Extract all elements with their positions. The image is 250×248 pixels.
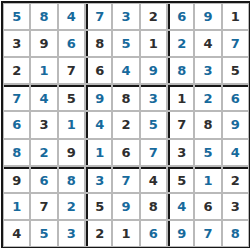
cell-r1c7[interactable]: 6 — [168, 4, 193, 29]
cell-r4c3[interactable]: 5 — [59, 85, 84, 110]
cell-r9c7[interactable]: 9 — [168, 221, 193, 246]
cell-r4c9[interactable]: 6 — [223, 85, 248, 110]
cell-r9c5[interactable]: 1 — [113, 221, 138, 246]
cell-r3c7[interactable]: 8 — [168, 58, 193, 83]
cell-r5c6[interactable]: 5 — [141, 112, 166, 137]
cell-r6c1[interactable]: 8 — [4, 140, 29, 165]
cell-r2c1[interactable]: 3 — [4, 31, 29, 56]
cell-r5c2[interactable]: 3 — [31, 112, 56, 137]
cell-r7c2[interactable]: 6 — [31, 167, 56, 192]
cell-r9c1[interactable]: 4 — [4, 221, 29, 246]
cell-r4c1[interactable]: 7 — [4, 85, 29, 110]
cell-r2c9[interactable]: 7 — [223, 31, 248, 56]
cell-r7c1[interactable]: 9 — [4, 167, 29, 192]
cell-r3c6[interactable]: 9 — [141, 58, 166, 83]
cell-r5c7[interactable]: 7 — [168, 112, 193, 137]
cell-r6c4[interactable]: 1 — [86, 140, 111, 165]
cell-r9c6[interactable]: 6 — [141, 221, 166, 246]
cell-r8c8[interactable]: 6 — [195, 194, 220, 219]
cell-r5c3[interactable]: 1 — [59, 112, 84, 137]
cell-r6c3[interactable]: 9 — [59, 140, 84, 165]
cell-r7c9[interactable]: 2 — [223, 167, 248, 192]
cell-r1c6[interactable]: 2 — [141, 4, 166, 29]
cell-r5c1[interactable]: 6 — [4, 112, 29, 137]
cell-r4c5[interactable]: 8 — [113, 85, 138, 110]
cell-r2c2[interactable]: 9 — [31, 31, 56, 56]
cell-r1c4[interactable]: 7 — [86, 4, 111, 29]
cell-r2c3[interactable]: 6 — [59, 31, 84, 56]
cell-r3c5[interactable]: 4 — [113, 58, 138, 83]
cell-r1c1[interactable]: 5 — [4, 4, 29, 29]
sudoku-board: 5847326913968512472176498357459831266314… — [1, 1, 250, 248]
cell-r9c9[interactable]: 8 — [223, 221, 248, 246]
cell-r9c4[interactable]: 2 — [86, 221, 111, 246]
cell-r8c9[interactable]: 3 — [223, 194, 248, 219]
cell-r9c2[interactable]: 5 — [31, 221, 56, 246]
cell-r6c8[interactable]: 5 — [195, 140, 220, 165]
cell-r7c3[interactable]: 8 — [59, 167, 84, 192]
cell-r1c9[interactable]: 1 — [223, 4, 248, 29]
cell-r7c7[interactable]: 5 — [168, 167, 193, 192]
cell-r8c6[interactable]: 8 — [141, 194, 166, 219]
cell-r4c7[interactable]: 1 — [168, 85, 193, 110]
cell-r8c1[interactable]: 1 — [4, 194, 29, 219]
cell-r8c4[interactable]: 5 — [86, 194, 111, 219]
cell-r8c2[interactable]: 7 — [31, 194, 56, 219]
cell-r8c7[interactable]: 4 — [168, 194, 193, 219]
cell-r2c5[interactable]: 5 — [113, 31, 138, 56]
cell-r1c8[interactable]: 9 — [195, 4, 220, 29]
cell-r8c5[interactable]: 9 — [113, 194, 138, 219]
cell-r5c5[interactable]: 2 — [113, 112, 138, 137]
cell-r4c6[interactable]: 3 — [141, 85, 166, 110]
cell-r3c1[interactable]: 2 — [4, 58, 29, 83]
cell-r3c3[interactable]: 7 — [59, 58, 84, 83]
cell-r6c2[interactable]: 2 — [31, 140, 56, 165]
cell-r6c5[interactable]: 6 — [113, 140, 138, 165]
cell-r5c4[interactable]: 4 — [86, 112, 111, 137]
cell-r9c8[interactable]: 7 — [195, 221, 220, 246]
cell-r6c7[interactable]: 3 — [168, 140, 193, 165]
cell-r2c6[interactable]: 1 — [141, 31, 166, 56]
cell-r4c2[interactable]: 4 — [31, 85, 56, 110]
cell-r6c9[interactable]: 4 — [223, 140, 248, 165]
cell-r3c2[interactable]: 1 — [31, 58, 56, 83]
cell-r2c8[interactable]: 4 — [195, 31, 220, 56]
cell-r1c2[interactable]: 8 — [31, 4, 56, 29]
cell-r3c4[interactable]: 6 — [86, 58, 111, 83]
cell-r7c5[interactable]: 7 — [113, 167, 138, 192]
cell-r8c3[interactable]: 2 — [59, 194, 84, 219]
cell-r4c8[interactable]: 2 — [195, 85, 220, 110]
cell-r2c7[interactable]: 2 — [168, 31, 193, 56]
cell-r6c6[interactable]: 7 — [141, 140, 166, 165]
cell-r9c3[interactable]: 3 — [59, 221, 84, 246]
cell-r5c8[interactable]: 8 — [195, 112, 220, 137]
cell-r7c8[interactable]: 1 — [195, 167, 220, 192]
cell-r7c4[interactable]: 3 — [86, 167, 111, 192]
cell-r4c4[interactable]: 9 — [86, 85, 111, 110]
cell-r1c5[interactable]: 3 — [113, 4, 138, 29]
cell-r3c9[interactable]: 5 — [223, 58, 248, 83]
cell-r2c4[interactable]: 8 — [86, 31, 111, 56]
cell-r3c8[interactable]: 3 — [195, 58, 220, 83]
cell-r5c9[interactable]: 9 — [223, 112, 248, 137]
cell-r7c6[interactable]: 4 — [141, 167, 166, 192]
cell-r1c3[interactable]: 4 — [59, 4, 84, 29]
